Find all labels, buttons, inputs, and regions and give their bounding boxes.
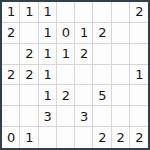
clue-cell-r1c8: 2 [130, 2, 148, 23]
clue-cell-r4c1: 2 [2, 65, 20, 86]
empty-cell-r1c7[interactable] [112, 2, 130, 23]
empty-cell-r6c4[interactable] [57, 106, 75, 127]
empty-cell-r7c5[interactable] [75, 127, 93, 148]
clue-cell-r3c4: 1 [57, 44, 75, 65]
empty-cell-r2c7[interactable] [112, 23, 130, 44]
clue-cell-r4c8: 1 [130, 65, 148, 86]
empty-cell-r3c8[interactable] [130, 44, 148, 65]
clue-cell-r2c1: 2 [2, 23, 20, 44]
empty-cell-r4c4[interactable] [57, 65, 75, 86]
empty-cell-r6c2[interactable] [20, 106, 38, 127]
clue-cell-r1c1: 1 [2, 2, 20, 23]
puzzle-board: 111221012211222111253301222 [0, 0, 150, 150]
clue-cell-r4c3: 1 [39, 65, 57, 86]
empty-cell-r1c4[interactable] [57, 2, 75, 23]
clue-cell-r2c3: 1 [39, 23, 57, 44]
empty-cell-r5c8[interactable] [130, 85, 148, 106]
clue-cell-r7c8: 2 [130, 127, 148, 148]
clue-cell-r6c5: 3 [75, 106, 93, 127]
clue-cell-r5c3: 1 [39, 85, 57, 106]
empty-cell-r7c4[interactable] [57, 127, 75, 148]
empty-cell-r6c7[interactable] [112, 106, 130, 127]
empty-cell-r4c5[interactable] [75, 65, 93, 86]
empty-cell-r1c5[interactable] [75, 2, 93, 23]
clue-cell-r6c3: 3 [39, 106, 57, 127]
clue-cell-r7c7: 2 [112, 127, 130, 148]
clue-cell-r2c5: 1 [75, 23, 93, 44]
empty-cell-r5c7[interactable] [112, 85, 130, 106]
empty-cell-r3c1[interactable] [2, 44, 20, 65]
clue-cell-r2c4: 0 [57, 23, 75, 44]
empty-cell-r5c5[interactable] [75, 85, 93, 106]
empty-cell-r4c7[interactable] [112, 65, 130, 86]
empty-cell-r4c6[interactable] [93, 65, 111, 86]
empty-cell-r3c6[interactable] [93, 44, 111, 65]
empty-cell-r6c1[interactable] [2, 106, 20, 127]
clue-cell-r1c2: 1 [20, 2, 38, 23]
empty-cell-r6c8[interactable] [130, 106, 148, 127]
empty-cell-r5c2[interactable] [20, 85, 38, 106]
clue-cell-r2c6: 2 [93, 23, 111, 44]
empty-cell-r6c6[interactable] [93, 106, 111, 127]
empty-cell-r1c6[interactable] [93, 2, 111, 23]
empty-cell-r3c7[interactable] [112, 44, 130, 65]
clue-cell-r5c6: 5 [93, 85, 111, 106]
clue-cell-r7c2: 1 [20, 127, 38, 148]
clue-cell-r4c2: 2 [20, 65, 38, 86]
clue-cell-r7c6: 2 [93, 127, 111, 148]
empty-cell-r2c8[interactable] [130, 23, 148, 44]
clue-cell-r7c1: 0 [2, 127, 20, 148]
clue-cell-r3c5: 2 [75, 44, 93, 65]
clue-cell-r5c4: 2 [57, 85, 75, 106]
empty-cell-r2c2[interactable] [20, 23, 38, 44]
clue-cell-r3c2: 2 [20, 44, 38, 65]
empty-cell-r5c1[interactable] [2, 85, 20, 106]
clue-cell-r3c3: 1 [39, 44, 57, 65]
empty-cell-r7c3[interactable] [39, 127, 57, 148]
clue-cell-r1c3: 1 [39, 2, 57, 23]
